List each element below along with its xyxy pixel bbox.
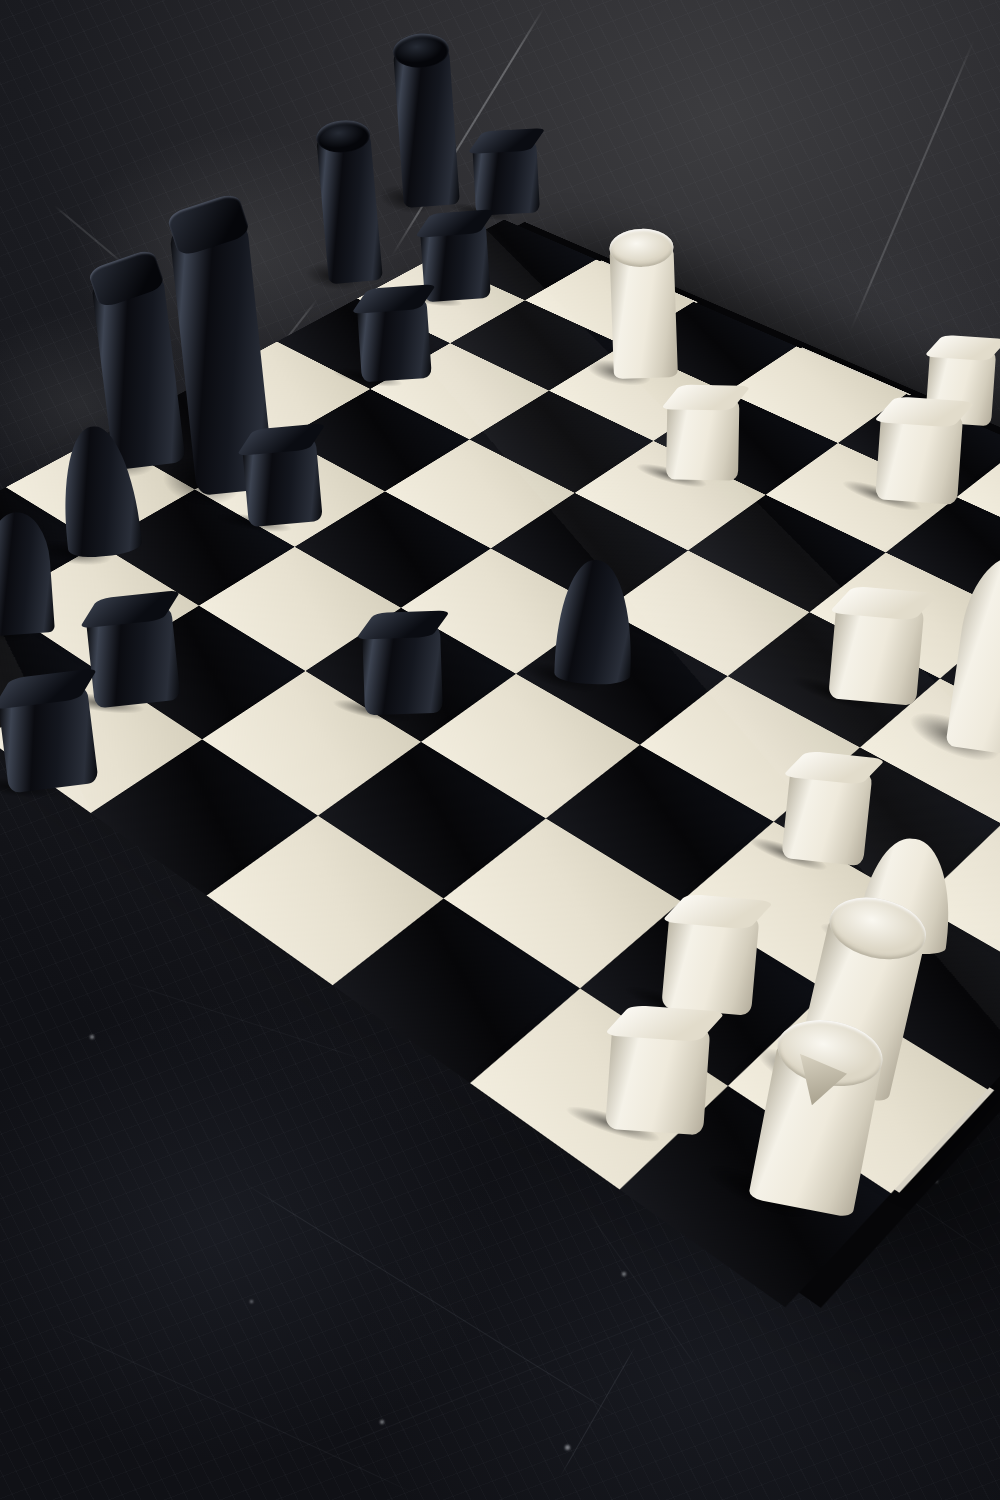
black-knight-a6 [0, 510, 55, 636]
white-pawn-g3 [875, 409, 963, 505]
black-king-g8 [393, 48, 460, 208]
black-bishop-c7 [56, 423, 143, 560]
white-rook-g6 [609, 247, 677, 379]
pieces-layer [0, 0, 1000, 1500]
white-pawn-g2 [828, 601, 924, 706]
photo-stage [0, 0, 1000, 1500]
white-pawn-e2 [661, 908, 759, 1015]
black-pawn-h7 [472, 140, 540, 215]
black-queen-f8 [316, 134, 383, 284]
black-pawn-d6 [242, 437, 323, 527]
white-pawn-f2 [781, 764, 872, 866]
black-pawn-b5 [0, 685, 99, 793]
black-pawn-c5 [85, 606, 180, 708]
black-pawn-e7 [357, 298, 432, 383]
white-pawn-f4 [666, 397, 739, 480]
white-knight-h4 [945, 549, 1000, 758]
black-pawn-d4 [362, 625, 443, 716]
white-pawn-d2 [605, 1021, 710, 1136]
black-bishop-e3 [554, 559, 634, 686]
